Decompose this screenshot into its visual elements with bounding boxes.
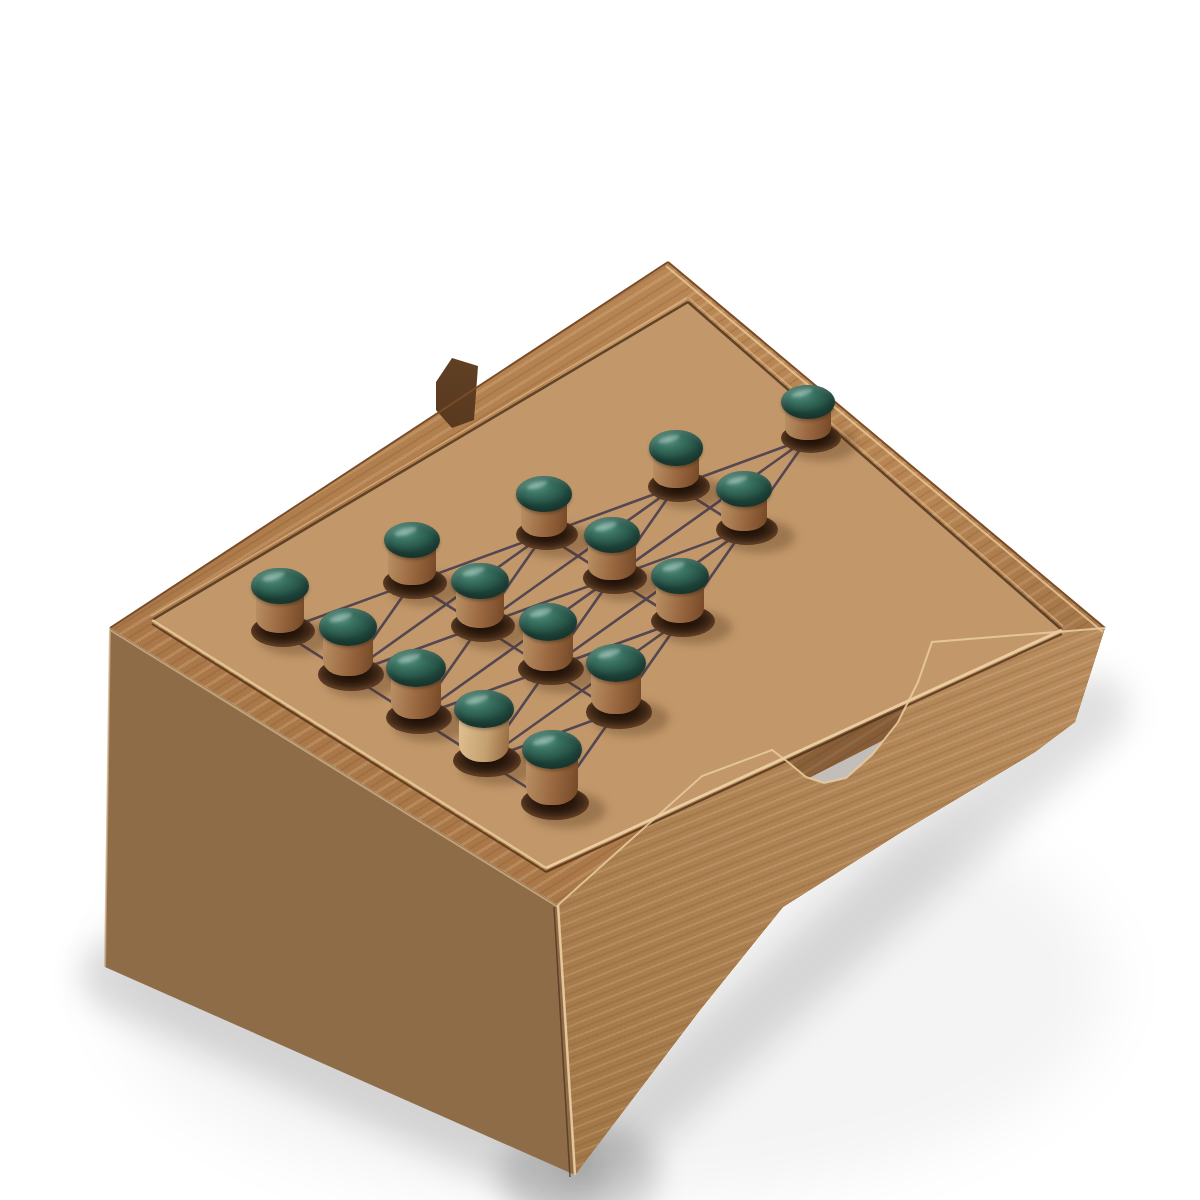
pegs-layer <box>0 0 1200 1200</box>
product-photo <box>0 0 1200 1200</box>
